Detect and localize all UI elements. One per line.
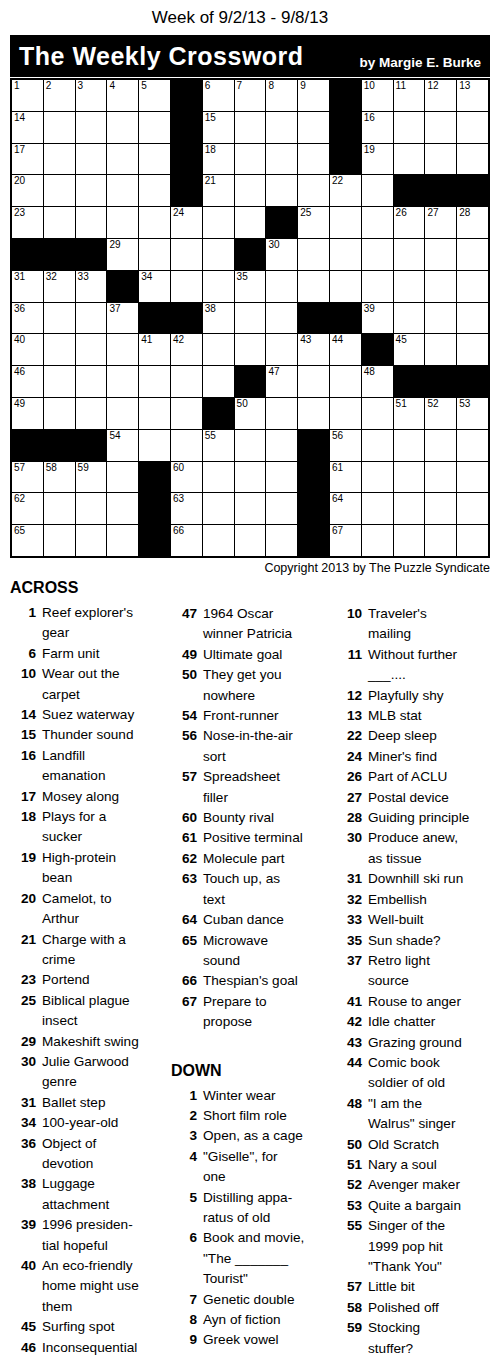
down-clue-28: 28Guiding principle	[336, 808, 490, 828]
across-clue-text: They get you nowhere	[203, 665, 332, 706]
cell-r11c11[interactable]	[330, 398, 361, 429]
cell-r14c4[interactable]	[107, 493, 138, 524]
across-clue-number: 54	[171, 706, 197, 726]
clue-number-30: 30	[268, 239, 279, 251]
cell-r8c7[interactable]: 38	[203, 303, 234, 334]
clue-number-28: 28	[459, 207, 470, 219]
cell-r4c1[interactable]: 20	[12, 175, 43, 206]
cell-r8c9[interactable]	[266, 303, 297, 334]
cell-r1c12[interactable]: 10	[362, 80, 393, 111]
down-clue-number: 24	[336, 747, 362, 767]
across-clue-16: 16Landfill emanation	[10, 746, 169, 787]
cell-r8c12[interactable]: 39	[362, 303, 393, 334]
cell-r1c5[interactable]: 5	[139, 80, 170, 111]
cell-r15c12[interactable]	[362, 525, 393, 556]
clue-number-50: 50	[237, 398, 248, 410]
cell-r15c2[interactable]	[44, 525, 75, 556]
cell-r12c5[interactable]	[139, 430, 170, 461]
cell-r3c11-black	[330, 144, 361, 175]
cell-r11c4[interactable]	[107, 398, 138, 429]
cell-r2c15[interactable]	[457, 112, 488, 143]
across-clue-18: 18Plays for a sucker	[10, 807, 169, 848]
down-clue-33: 33Well-built	[336, 910, 490, 930]
cell-r15c7[interactable]	[203, 525, 234, 556]
cell-r15c1[interactable]: 65	[12, 525, 43, 556]
down-clue-number: 43	[336, 1033, 362, 1053]
cell-r2c11-black	[330, 112, 361, 143]
cell-r4c5[interactable]	[139, 175, 170, 206]
cell-r10c11[interactable]	[330, 366, 361, 397]
cell-r10c6[interactable]	[171, 366, 202, 397]
cell-r8c4[interactable]: 37	[107, 303, 138, 334]
across-clue-text: Cuban dance	[203, 910, 332, 930]
cell-r13c1[interactable]: 57	[12, 462, 43, 493]
cell-r7c10[interactable]	[298, 271, 329, 302]
cell-r2c7[interactable]: 15	[203, 112, 234, 143]
cell-r1c13[interactable]: 11	[394, 80, 425, 111]
down-clue-number: 5	[171, 1188, 197, 1229]
cell-r6c13[interactable]	[394, 239, 425, 270]
down-clue-text: Deep sleep	[368, 726, 490, 746]
down-clue-number: 55	[336, 1216, 362, 1277]
cell-r10c2[interactable]	[44, 366, 75, 397]
cell-r7c5[interactable]: 34	[139, 271, 170, 302]
cell-r11c5[interactable]	[139, 398, 170, 429]
down-clue-text: MLB stat	[368, 706, 490, 726]
down-clue-number: 4	[171, 1147, 197, 1188]
cell-r2c8[interactable]	[235, 112, 266, 143]
cell-r14c7[interactable]	[203, 493, 234, 524]
across-clue-36: 36Object of devotion	[10, 1134, 169, 1175]
clue-number-47: 47	[268, 366, 279, 378]
copyright-line: Copyright 2013 by The Puzzle Syndicate	[10, 561, 490, 576]
cell-r14c13[interactable]	[394, 493, 425, 524]
clues-section: ACROSS 1Reef explorer's gear6Farm unit10…	[10, 578, 490, 1359]
cell-r3c3[interactable]	[76, 144, 107, 175]
cell-r12c6[interactable]	[171, 430, 202, 461]
cell-r3c7[interactable]: 18	[203, 144, 234, 175]
cell-r8c11-black	[330, 303, 361, 334]
down-clue-number: 13	[336, 706, 362, 726]
clue-number-2: 2	[46, 80, 52, 92]
cell-r2c5[interactable]	[139, 112, 170, 143]
down-clue-number: 26	[336, 767, 362, 787]
cell-r4c2[interactable]	[44, 175, 75, 206]
cell-r15c8[interactable]	[235, 525, 266, 556]
across-clue-49: 49Ultimate goal	[171, 645, 332, 665]
cell-r13c4[interactable]	[107, 462, 138, 493]
cell-r13c5-black	[139, 462, 170, 493]
cell-r6c9[interactable]: 30	[266, 239, 297, 270]
cell-r4c9[interactable]	[266, 175, 297, 206]
across-clue-text: Mosey along	[42, 787, 169, 807]
cell-r5c11[interactable]	[330, 207, 361, 238]
down-clues-part1: 1Winter wear2Short film role3Open, as a …	[171, 1086, 332, 1351]
cell-r15c9[interactable]	[266, 525, 297, 556]
down-clue-32: 32Embellish	[336, 890, 490, 910]
down-clue-text: Retro light source	[368, 951, 490, 992]
cell-r5c14[interactable]: 27	[425, 207, 456, 238]
across-clue-number: 64	[171, 910, 197, 930]
cell-r11c2[interactable]	[44, 398, 75, 429]
cell-r7c8[interactable]: 35	[235, 271, 266, 302]
across-clue-30: 30Julie Garwood genre	[10, 1052, 169, 1093]
cell-r2c13[interactable]	[394, 112, 425, 143]
cell-r4c8[interactable]	[235, 175, 266, 206]
cell-r1c4[interactable]: 4	[107, 80, 138, 111]
cell-r11c14[interactable]: 52	[425, 398, 456, 429]
across-clue-text: 1964 Oscar winner Patricia	[203, 604, 332, 645]
cell-r6c7[interactable]	[203, 239, 234, 270]
cell-r4c10[interactable]	[298, 175, 329, 206]
cell-r8c3[interactable]	[76, 303, 107, 334]
across-clue-number: 65	[171, 931, 197, 972]
cell-r3c2[interactable]	[44, 144, 75, 175]
cell-r5c3[interactable]	[76, 207, 107, 238]
cell-r13c3[interactable]: 59	[76, 462, 107, 493]
cell-r6c4[interactable]: 29	[107, 239, 138, 270]
across-clue-50: 50They get you nowhere	[171, 665, 332, 706]
cell-r8c2[interactable]	[44, 303, 75, 334]
cell-r3c4[interactable]	[107, 144, 138, 175]
across-clue-14: 14Suez waterway	[10, 705, 169, 725]
across-clue-number: 57	[171, 767, 197, 808]
cell-r9c3[interactable]	[76, 334, 107, 365]
across-clue-text: Inconsequential	[42, 1338, 169, 1358]
cell-r11c10[interactable]	[298, 398, 329, 429]
cell-r14c8[interactable]	[235, 493, 266, 524]
cell-r6c15[interactable]	[457, 239, 488, 270]
cell-r14c15[interactable]	[457, 493, 488, 524]
cell-r1c14[interactable]: 12	[425, 80, 456, 111]
down-clue-text: Guiding principle	[368, 808, 490, 828]
cell-r9c4[interactable]	[107, 334, 138, 365]
cell-r13c12[interactable]	[362, 462, 393, 493]
cell-r6c11[interactable]	[330, 239, 361, 270]
across-clue-57: 57Spreadsheet filler	[171, 767, 332, 808]
across-clue-number: 40	[10, 1256, 36, 1317]
cell-r15c11[interactable]: 67	[330, 525, 361, 556]
cell-r3c5[interactable]	[139, 144, 170, 175]
cell-r12c13[interactable]	[394, 430, 425, 461]
cell-r5c7[interactable]	[203, 207, 234, 238]
down-clue-text: Quite a bargain	[368, 1196, 490, 1216]
down-clue-number: 44	[336, 1053, 362, 1094]
cell-r5c6[interactable]: 24	[171, 207, 202, 238]
cell-r12c3-black	[76, 430, 107, 461]
cell-r14c12[interactable]	[362, 493, 393, 524]
cell-r15c4[interactable]	[107, 525, 138, 556]
cell-r11c13[interactable]: 51	[394, 398, 425, 429]
cell-r13c13[interactable]	[394, 462, 425, 493]
down-clue-number: 1	[171, 1086, 197, 1106]
cell-r12c4[interactable]: 54	[107, 430, 138, 461]
across-clue-56: 56Nose-in-the-air sort	[171, 726, 332, 767]
clue-number-39: 39	[364, 303, 375, 315]
cell-r4c4[interactable]	[107, 175, 138, 206]
across-clue-62: 62Molecule part	[171, 849, 332, 869]
across-clue-number: 21	[10, 930, 36, 971]
cell-r10c5[interactable]	[139, 366, 170, 397]
cell-r11c9[interactable]	[266, 398, 297, 429]
cell-r7c15[interactable]	[457, 271, 488, 302]
cell-r12c12[interactable]	[362, 430, 393, 461]
down-clue-text: Grazing ground	[368, 1033, 490, 1053]
cell-r1c1[interactable]: 1	[12, 80, 43, 111]
cell-r7c13[interactable]	[394, 271, 425, 302]
cell-r5c2[interactable]	[44, 207, 75, 238]
cell-r13c6[interactable]: 60	[171, 462, 202, 493]
clue-number-54: 54	[109, 430, 120, 442]
cell-r1c8[interactable]: 7	[235, 80, 266, 111]
cell-r5c5[interactable]	[139, 207, 170, 238]
cell-r3c15[interactable]	[457, 144, 488, 175]
across-clue-text: Object of devotion	[42, 1134, 169, 1175]
clue-number-15: 15	[205, 112, 216, 124]
cell-r3c9[interactable]	[266, 144, 297, 175]
cell-r1c9[interactable]: 8	[266, 80, 297, 111]
cell-r3c8[interactable]	[235, 144, 266, 175]
cell-r10c3[interactable]	[76, 366, 107, 397]
cell-r14c11[interactable]: 64	[330, 493, 361, 524]
cell-r2c1[interactable]: 14	[12, 112, 43, 143]
cell-r2c4[interactable]	[107, 112, 138, 143]
cell-r4c3[interactable]	[76, 175, 107, 206]
cell-r11c8[interactable]: 50	[235, 398, 266, 429]
cell-r15c3[interactable]	[76, 525, 107, 556]
clue-number-41: 41	[141, 334, 152, 346]
down-clue-text: Avenger maker	[368, 1175, 490, 1195]
cell-r2c14[interactable]	[425, 112, 456, 143]
cell-r9c7[interactable]	[203, 334, 234, 365]
down-clue-text: Playfully shy	[368, 686, 490, 706]
cell-r15c5-black	[139, 525, 170, 556]
cell-r9c13[interactable]: 45	[394, 334, 425, 365]
across-clue-46: 46Inconsequential	[10, 1338, 169, 1358]
cell-r10c10[interactable]	[298, 366, 329, 397]
across-clue-17: 17Mosey along	[10, 787, 169, 807]
cell-r14c9[interactable]	[266, 493, 297, 524]
cell-r11c6[interactable]	[171, 398, 202, 429]
cell-r14c3[interactable]	[76, 493, 107, 524]
cell-r12c15[interactable]	[457, 430, 488, 461]
cell-r9c5[interactable]: 41	[139, 334, 170, 365]
across-clue-number: 66	[171, 971, 197, 991]
cell-r3c12[interactable]: 19	[362, 144, 393, 175]
cell-r12c8[interactable]	[235, 430, 266, 461]
clue-number-38: 38	[205, 303, 216, 315]
cell-r7c4-black	[107, 271, 138, 302]
across-clue-29: 29Makeshift swing	[10, 1032, 169, 1052]
across-clue-number: 25	[10, 991, 36, 1032]
cell-r2c12[interactable]: 16	[362, 112, 393, 143]
cell-r13c14[interactable]	[425, 462, 456, 493]
cell-r6c6[interactable]	[171, 239, 202, 270]
cell-r3c14[interactable]	[425, 144, 456, 175]
clue-number-31: 31	[14, 271, 25, 283]
cell-r1c15[interactable]: 13	[457, 80, 488, 111]
cell-r9c9[interactable]	[266, 334, 297, 365]
cell-r8c6-black	[171, 303, 202, 334]
cell-r11c7-black	[203, 398, 234, 429]
cell-r7c9[interactable]	[266, 271, 297, 302]
down-clue-number: 59	[336, 1318, 362, 1359]
cell-r9c10[interactable]: 43	[298, 334, 329, 365]
cell-r8c13[interactable]	[394, 303, 425, 334]
across-clue-text: Ballet step	[42, 1093, 169, 1113]
cell-r2c10[interactable]	[298, 112, 329, 143]
cell-r2c2[interactable]	[44, 112, 75, 143]
cell-r7c2[interactable]: 32	[44, 271, 75, 302]
cell-r1c2[interactable]: 2	[44, 80, 75, 111]
across-clue-number: 29	[10, 1032, 36, 1052]
across-clue-25: 25Biblical plague insect	[10, 991, 169, 1032]
cell-r7c1[interactable]: 31	[12, 271, 43, 302]
clue-number-52: 52	[427, 398, 438, 410]
cell-r5c8[interactable]	[235, 207, 266, 238]
clue-number-64: 64	[332, 493, 343, 505]
across-clue-19: 19High-protein bean	[10, 848, 169, 889]
cell-r11c12[interactable]	[362, 398, 393, 429]
cell-r12c7[interactable]: 55	[203, 430, 234, 461]
across-clue-number: 1	[10, 603, 36, 644]
cell-r11c3[interactable]	[76, 398, 107, 429]
cell-r4c6-black	[171, 175, 202, 206]
across-clue-number: 36	[10, 1134, 36, 1175]
down-heading: DOWN	[171, 1061, 332, 1081]
across-clue-39: 391996 presiden- tial hopeful	[10, 1215, 169, 1256]
cell-r7c3[interactable]: 33	[76, 271, 107, 302]
cell-r10c7[interactable]	[203, 366, 234, 397]
cell-r8c14[interactable]	[425, 303, 456, 334]
cell-r7c11[interactable]	[330, 271, 361, 302]
cell-r3c10[interactable]	[298, 144, 329, 175]
down-clue-number: 58	[336, 1298, 362, 1318]
across-clue-text: Julie Garwood genre	[42, 1052, 169, 1093]
cell-r4c11[interactable]: 22	[330, 175, 361, 206]
cell-r3c13[interactable]	[394, 144, 425, 175]
cell-r13c2[interactable]: 58	[44, 462, 75, 493]
cell-r15c13[interactable]	[394, 525, 425, 556]
cell-r1c3[interactable]: 3	[76, 80, 107, 111]
cell-r8c8[interactable]	[235, 303, 266, 334]
cell-r13c9[interactable]	[266, 462, 297, 493]
cell-r9c1[interactable]: 40	[12, 334, 43, 365]
cell-r12c9[interactable]	[266, 430, 297, 461]
down-clue-number: 27	[336, 788, 362, 808]
clue-number-55: 55	[205, 430, 216, 442]
across-clue-31: 31Ballet step	[10, 1093, 169, 1113]
clue-number-25: 25	[300, 207, 311, 219]
cell-r1c10[interactable]: 9	[298, 80, 329, 111]
cell-r5c12[interactable]	[362, 207, 393, 238]
cell-r6c5[interactable]	[139, 239, 170, 270]
cell-r4c7[interactable]: 21	[203, 175, 234, 206]
cell-r14c2[interactable]	[44, 493, 75, 524]
cell-r9c12-black	[362, 334, 393, 365]
cell-r10c1[interactable]: 46	[12, 366, 43, 397]
cell-r5c15[interactable]: 28	[457, 207, 488, 238]
cell-r5c1[interactable]: 23	[12, 207, 43, 238]
cell-r11c1[interactable]: 49	[12, 398, 43, 429]
down-clue-31: 31Downhill ski run	[336, 869, 490, 889]
cell-r7c14[interactable]	[425, 271, 456, 302]
cell-r6c14[interactable]	[425, 239, 456, 270]
cell-r9c11[interactable]: 44	[330, 334, 361, 365]
cell-r4c12[interactable]	[362, 175, 393, 206]
cell-r9c15[interactable]	[457, 334, 488, 365]
cell-r12c10-black	[298, 430, 329, 461]
cell-r5c13[interactable]: 26	[394, 207, 425, 238]
down-clue-text: Rouse to anger	[368, 992, 490, 1012]
cell-r15c14[interactable]	[425, 525, 456, 556]
cell-r14c14[interactable]	[425, 493, 456, 524]
cell-r7c7[interactable]	[203, 271, 234, 302]
down-clue-number: 6	[171, 1228, 197, 1289]
down-clue-44: 44Comic book soldier of old	[336, 1053, 490, 1094]
cell-r2c3[interactable]	[76, 112, 107, 143]
down-clue-48: 48"I am the Walrus" singer	[336, 1094, 490, 1135]
across-clue-47: 471964 Oscar winner Patricia	[171, 604, 332, 645]
down-clue-number: 2	[171, 1106, 197, 1126]
cell-r7c12[interactable]	[362, 271, 393, 302]
cell-r12c11[interactable]: 56	[330, 430, 361, 461]
cell-r6c12[interactable]	[362, 239, 393, 270]
cell-r14c1[interactable]: 62	[12, 493, 43, 524]
cell-r9c2[interactable]	[44, 334, 75, 365]
cell-r15c15[interactable]	[457, 525, 488, 556]
cell-r8c15[interactable]	[457, 303, 488, 334]
cell-r10c9[interactable]: 47	[266, 366, 297, 397]
cell-r14c6[interactable]: 63	[171, 493, 202, 524]
down-clue-text: Postal device	[368, 788, 490, 808]
cell-r5c10[interactable]: 25	[298, 207, 329, 238]
cell-r10c4[interactable]	[107, 366, 138, 397]
cell-r6c10[interactable]	[298, 239, 329, 270]
clue-number-21: 21	[205, 175, 216, 187]
cell-r5c4[interactable]	[107, 207, 138, 238]
cell-r13c7[interactable]	[203, 462, 234, 493]
down-clue-text: Well-built	[368, 910, 490, 930]
across-clues-part2: 471964 Oscar winner Patricia49Ultimate g…	[171, 578, 332, 1033]
cell-r7c6[interactable]	[171, 271, 202, 302]
cell-r12c14[interactable]	[425, 430, 456, 461]
cell-r8c1[interactable]: 36	[12, 303, 43, 334]
cell-r9c14[interactable]	[425, 334, 456, 365]
down-clue-text: Book and movie, "The _______ Tourist"	[203, 1228, 332, 1289]
cell-r3c1[interactable]: 17	[12, 144, 43, 175]
cell-r9c6[interactable]: 42	[171, 334, 202, 365]
cell-r13c15[interactable]	[457, 462, 488, 493]
cell-r13c8[interactable]	[235, 462, 266, 493]
down-clue-30: 30Produce anew, as tissue	[336, 828, 490, 869]
cell-r11c15[interactable]: 53	[457, 398, 488, 429]
cell-r9c8[interactable]	[235, 334, 266, 365]
down-clue-26: 26Part of ACLU	[336, 767, 490, 787]
cell-r13c11[interactable]: 61	[330, 462, 361, 493]
down-clue-number: 52	[336, 1175, 362, 1195]
cell-r10c12[interactable]: 48	[362, 366, 393, 397]
across-clue-number: 20	[10, 889, 36, 930]
clue-number-8: 8	[268, 80, 274, 92]
cell-r15c6[interactable]: 66	[171, 525, 202, 556]
clue-number-35: 35	[237, 271, 248, 283]
cell-r1c7[interactable]: 6	[203, 80, 234, 111]
cell-r2c9[interactable]	[266, 112, 297, 143]
clue-number-67: 67	[332, 525, 343, 537]
across-clue-number: 61	[171, 828, 197, 848]
across-clue-text: High-protein bean	[42, 848, 169, 889]
